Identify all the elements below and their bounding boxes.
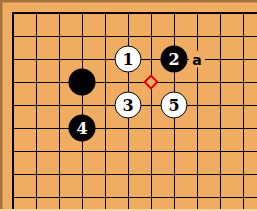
grid-line-vertical xyxy=(243,12,244,209)
grid-line-horizontal xyxy=(12,12,257,14)
go-board-diagram: a12345 xyxy=(0,0,257,211)
grid-line-horizontal xyxy=(12,36,257,37)
marked-point-diamond-icon xyxy=(143,74,159,90)
stone-black-4: 4 xyxy=(69,115,96,142)
stone-white-1: 1 xyxy=(115,46,142,73)
grid-line-vertical xyxy=(59,12,60,209)
stone-move-number: 5 xyxy=(168,97,179,113)
grid-line-vertical xyxy=(36,12,37,209)
frame-top-mid xyxy=(0,2,257,3)
grid-line-vertical xyxy=(12,12,14,209)
point-label-a: a xyxy=(189,51,205,68)
grid-line-vertical xyxy=(151,12,152,209)
grid-line-vertical xyxy=(197,12,198,209)
frame-left-mid xyxy=(2,3,3,211)
stone-move-number: 2 xyxy=(168,51,179,67)
grid-line-horizontal xyxy=(12,174,257,175)
grid-line-horizontal xyxy=(12,82,257,83)
stone-black-2: 2 xyxy=(161,46,188,73)
stone-white-3: 3 xyxy=(115,92,142,119)
grid-line-vertical xyxy=(82,12,83,209)
frame-bottom-light xyxy=(0,209,257,211)
stone-move-number: 1 xyxy=(122,51,133,67)
grid-line-horizontal xyxy=(12,197,257,198)
stone-white-5: 5 xyxy=(161,92,188,119)
stone-move-number: 4 xyxy=(76,120,87,136)
grid-line-horizontal xyxy=(12,151,257,152)
stone-black-unmarked xyxy=(69,69,96,96)
go-board: a12345 xyxy=(0,0,257,211)
grid-line-vertical xyxy=(105,12,106,209)
stone-move-number: 3 xyxy=(122,97,133,113)
grid-line-vertical xyxy=(220,12,221,209)
grid-line-horizontal xyxy=(12,128,257,129)
